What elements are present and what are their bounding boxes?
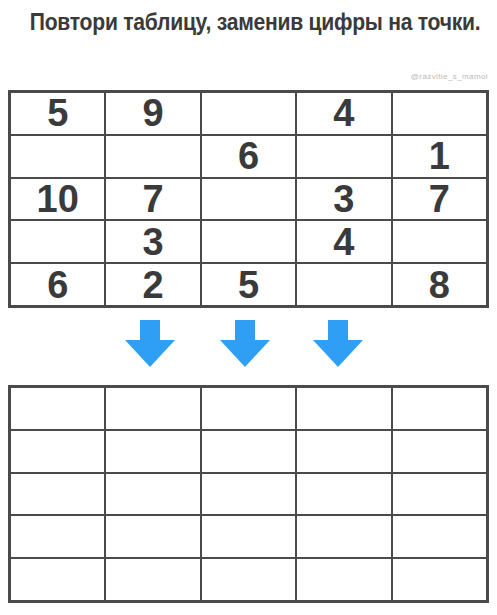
source-cell-r4c3 <box>296 263 391 306</box>
answer-cell-r4c2 <box>201 558 296 601</box>
answer-cell-r2c1 <box>105 473 200 516</box>
answer-cell-r3c2 <box>201 515 296 558</box>
answer-cell-r3c4 <box>392 515 487 558</box>
answer-cell-r3c1 <box>105 515 200 558</box>
source-cell-r2c0: 10 <box>10 178 105 221</box>
answer-cell-r2c4 <box>392 473 487 516</box>
answer-cell-r0c4 <box>392 387 487 430</box>
source-cell-r2c2 <box>201 178 296 221</box>
answer-cell-r2c3 <box>296 473 391 516</box>
source-cell-r1c4: 1 <box>392 135 487 178</box>
answer-cell-r0c1 <box>105 387 200 430</box>
answer-cell-r0c0 <box>10 387 105 430</box>
source-cell-r1c2: 6 <box>201 135 296 178</box>
source-cell-r0c0: 5 <box>10 92 105 135</box>
down-arrow-shape <box>125 320 175 367</box>
source-cell-r2c1: 7 <box>105 178 200 221</box>
answer-cell-r2c2 <box>201 473 296 516</box>
source-cell-r3c2 <box>201 220 296 263</box>
answer-cell-r2c0 <box>10 473 105 516</box>
down-arrow-shape <box>220 320 270 367</box>
source-cell-r1c0 <box>10 135 105 178</box>
source-cell-r1c3 <box>296 135 391 178</box>
source-cell-r2c3: 3 <box>296 178 391 221</box>
source-cell-r3c1: 3 <box>105 220 200 263</box>
source-cell-r0c1: 9 <box>105 92 200 135</box>
answer-cell-r0c3 <box>296 387 391 430</box>
answer-cell-r3c3 <box>296 515 391 558</box>
answer-cell-r1c0 <box>10 430 105 473</box>
page-title: Повтори таблицу, заменив цифры на точки. <box>30 8 467 36</box>
source-number-grid: 5 9 4 6 1 10 7 3 7 3 4 6 2 5 8 <box>8 90 489 308</box>
source-cell-r0c4 <box>392 92 487 135</box>
answer-cell-r4c3 <box>296 558 391 601</box>
answer-cell-r1c1 <box>105 430 200 473</box>
source-cell-r3c4 <box>392 220 487 263</box>
source-cell-r4c4: 8 <box>392 263 487 306</box>
source-cell-r4c1: 2 <box>105 263 200 306</box>
answer-cell-r1c4 <box>392 430 487 473</box>
answer-cell-r4c0 <box>10 558 105 601</box>
answer-cell-r4c1 <box>105 558 200 601</box>
down-arrow-icon <box>125 320 175 367</box>
down-arrow-shape <box>313 320 363 367</box>
source-cell-r1c1 <box>105 135 200 178</box>
answer-cell-r0c2 <box>201 387 296 430</box>
answer-cell-r1c3 <box>296 430 391 473</box>
answer-cell-r4c4 <box>392 558 487 601</box>
watermark-credit: @razvitie_s_mamoi <box>411 72 488 81</box>
answer-cell-r3c0 <box>10 515 105 558</box>
down-arrow-icon <box>313 320 363 367</box>
source-cell-r4c2: 5 <box>201 263 296 306</box>
down-arrow-icon <box>220 320 270 367</box>
source-cell-r0c3: 4 <box>296 92 391 135</box>
source-cell-r3c0 <box>10 220 105 263</box>
source-cell-r0c2 <box>201 92 296 135</box>
source-cell-r3c3: 4 <box>296 220 391 263</box>
answer-cell-r1c2 <box>201 430 296 473</box>
answer-empty-grid <box>8 385 489 603</box>
source-cell-r2c4: 7 <box>392 178 487 221</box>
arrow-row <box>0 320 497 367</box>
source-cell-r4c0: 6 <box>10 263 105 306</box>
worksheet-page: Повтори таблицу, заменив цифры на точки.… <box>0 0 497 615</box>
